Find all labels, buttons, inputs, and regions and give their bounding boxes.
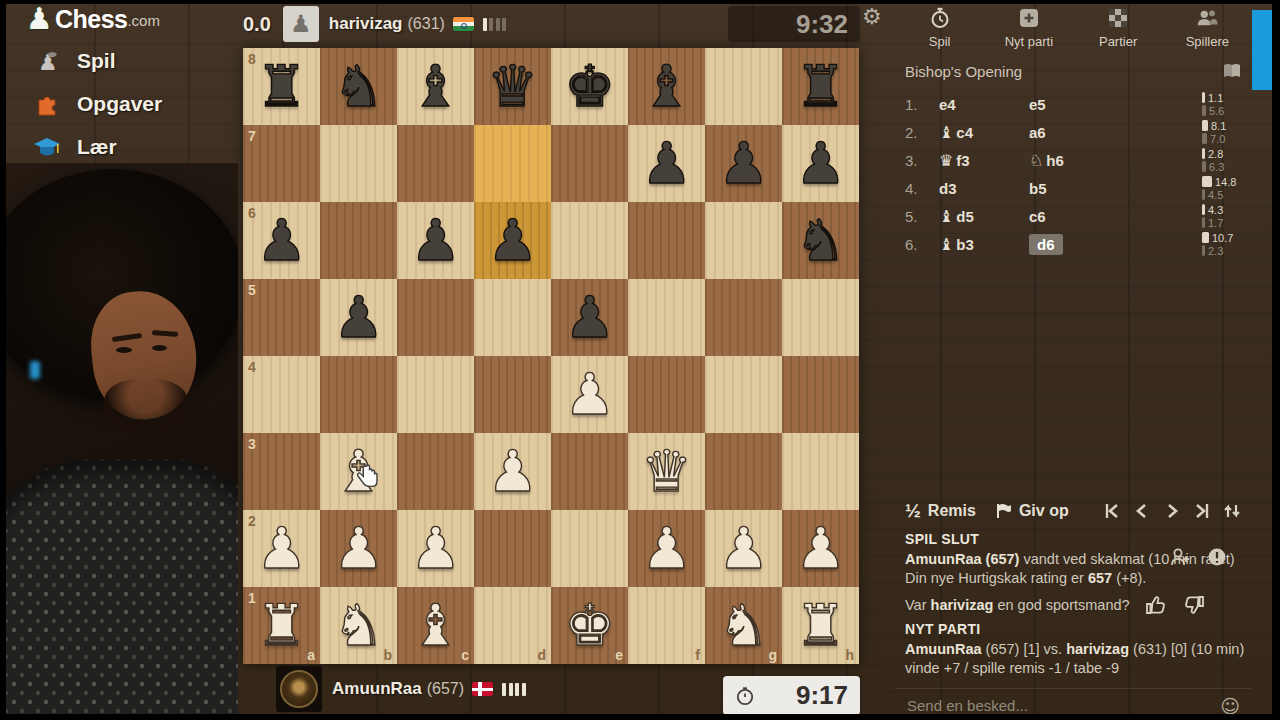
rank-label: 2	[248, 513, 256, 529]
square-b6[interactable]	[320, 202, 397, 279]
square-a5[interactable]: 5	[243, 279, 320, 356]
square-c1[interactable]: c♝	[397, 587, 474, 664]
move-time: 4.5	[1202, 189, 1223, 201]
square-a1[interactable]: 1a♜	[243, 587, 320, 664]
match-score: 0.0	[243, 13, 271, 36]
connection-bar	[489, 18, 493, 31]
india-flag-icon	[453, 17, 474, 31]
square-e6[interactable]	[551, 202, 628, 279]
piece-icon: ♛	[939, 151, 953, 170]
square-a7[interactable]: 7	[243, 125, 320, 202]
chesscom-logo[interactable]: ♟ Chess .com	[26, 4, 160, 34]
black-queen[interactable]: ♛	[474, 48, 551, 125]
letterbox-right	[1272, 0, 1280, 720]
black-pawn[interactable]: ♟	[474, 202, 551, 279]
top-player-rating: (631)	[408, 15, 445, 33]
black-move[interactable]: e5	[1029, 96, 1141, 113]
rank-label: 1	[248, 590, 256, 606]
file-label: e	[615, 647, 623, 663]
square-c3[interactable]	[397, 433, 474, 510]
letterbox-bottom	[0, 714, 1280, 720]
black-move[interactable]: a6	[1029, 124, 1141, 141]
time-value: 2.8	[1208, 148, 1223, 160]
piece-icon: ♘	[1029, 151, 1043, 170]
square-a6[interactable]: 6♟	[243, 202, 320, 279]
black-pawn[interactable]: ♟	[782, 125, 859, 202]
black-move[interactable]: c6	[1029, 208, 1141, 225]
move-san: c6	[1029, 208, 1046, 225]
square-e5[interactable]: ♟	[551, 279, 628, 356]
move-time: 4.3	[1202, 204, 1223, 216]
rank-label: 8	[248, 51, 256, 67]
smiley-icon[interactable]: ☺	[1220, 697, 1240, 715]
square-e3[interactable]	[551, 433, 628, 510]
time-value: 14.8	[1215, 176, 1236, 188]
tab-nyt-parti[interactable]: Nyt parti	[984, 0, 1073, 56]
stopwatch-icon	[929, 7, 951, 29]
move-san: f3	[956, 152, 969, 169]
time-value: 1.1	[1208, 92, 1223, 104]
connection-bar	[515, 683, 519, 696]
square-a2[interactable]: 2♟	[243, 510, 320, 587]
move-number: 3.	[905, 152, 939, 169]
square-h3[interactable]	[782, 433, 859, 510]
move-time: 2.3	[1202, 245, 1223, 257]
game-over-title: SPIL SLUT	[905, 531, 1245, 547]
time-value: 10.7	[1212, 232, 1233, 244]
chat-input[interactable]: Send en besked...	[907, 697, 1028, 714]
piece-icon: ♝	[939, 207, 953, 226]
square-h8[interactable]: ♜	[782, 48, 859, 125]
file-label: c	[461, 647, 469, 663]
move-row: 6.♝b3d610.72.3	[905, 230, 1246, 258]
square-f4[interactable]	[628, 356, 705, 433]
move-navigation	[1102, 501, 1242, 521]
new-game-title: NYT PARTI	[905, 621, 1245, 637]
gear-icon[interactable]: ⚙	[862, 4, 882, 29]
new-game-stakes: vinde +7 / spille remis -1 / tabe -9	[905, 659, 1245, 678]
white-move[interactable]: ♝b3	[939, 235, 1029, 254]
black-pawn[interactable]: ♟	[628, 125, 705, 202]
time-value: 6.3	[1209, 161, 1224, 173]
move-times: 10.72.3	[1194, 232, 1246, 257]
black-bishop[interactable]: ♝	[397, 48, 474, 125]
square-b5[interactable]: ♟	[320, 279, 397, 356]
square-b2[interactable]: ♟	[320, 510, 397, 587]
tab-partier[interactable]: Partier	[1074, 0, 1163, 56]
connection-bar	[502, 18, 506, 31]
clock-icon	[735, 686, 755, 706]
black-pawn[interactable]: ♟	[551, 279, 628, 356]
plus-square-icon	[1018, 7, 1040, 29]
time-bar	[1202, 217, 1205, 228]
time-value: 8.1	[1211, 120, 1226, 132]
black-pawn[interactable]: ♟	[705, 125, 782, 202]
time-bar	[1202, 189, 1205, 200]
move-times: 14.84.5	[1194, 176, 1246, 201]
top-player-name[interactable]: harivizag	[329, 14, 403, 34]
time-bar	[1202, 232, 1209, 243]
file-label: b	[383, 647, 392, 663]
nav-back-button[interactable]	[1132, 501, 1152, 521]
file-label: d	[537, 647, 546, 663]
square-f5[interactable]	[628, 279, 705, 356]
square-f7[interactable]: ♟	[628, 125, 705, 202]
sidebar-item-opgaver[interactable]: Opgaver	[32, 89, 162, 119]
sidebar-item-laer[interactable]: Lær	[32, 132, 117, 162]
rank-label: 7	[248, 128, 256, 144]
time-bar	[1202, 204, 1205, 215]
move-time: 10.7	[1202, 232, 1233, 244]
add-friend-icon[interactable]	[1169, 547, 1191, 567]
time-bar	[1202, 120, 1208, 131]
square-g6[interactable]	[705, 202, 782, 279]
piece-icon: ♝	[939, 235, 953, 254]
square-h4[interactable]	[782, 356, 859, 433]
square-f1[interactable]: f	[628, 587, 705, 664]
move-san: b3	[956, 236, 974, 253]
sidebar-item-label: Spil	[77, 49, 116, 73]
white-pawn[interactable]: ♟	[705, 510, 782, 587]
white-queen[interactable]: ♛	[628, 433, 705, 510]
move-time: 7.0	[1202, 133, 1225, 145]
move-time: 1.1	[1202, 92, 1223, 104]
move-list: 1.e4e51.15.62.♝c4a68.17.03.♛f3♘h62.86.34…	[895, 86, 1252, 258]
stream-frame: ♟ Chess .com ♟ Spil Opgaver Lær 0.0 ♟ ha…	[0, 0, 1280, 720]
move-times: 2.86.3	[1194, 148, 1246, 173]
square-c7[interactable]	[397, 125, 474, 202]
tab-spillere[interactable]: Spillere	[1163, 0, 1252, 56]
square-h2[interactable]: ♟	[782, 510, 859, 587]
black-king[interactable]: ♚	[551, 48, 628, 125]
time-bar	[1202, 105, 1206, 116]
move-san: h6	[1046, 152, 1064, 169]
square-d8[interactable]: ♛	[474, 48, 551, 125]
move-san: a6	[1029, 124, 1046, 141]
current-move-san: d6	[1029, 234, 1063, 255]
bottom-player-connection-bars	[502, 683, 526, 696]
square-g8[interactable]	[705, 48, 782, 125]
move-row: 1.e4e51.15.6	[905, 90, 1246, 118]
time-bar	[1202, 92, 1205, 103]
square-d6[interactable]: ♟	[474, 202, 551, 279]
move-times: 4.31.7	[1194, 204, 1246, 229]
top-player-avatar[interactable]: ♟	[283, 6, 319, 42]
move-number: 2.	[905, 124, 939, 141]
square-d4[interactable]	[474, 356, 551, 433]
connection-bar	[496, 18, 500, 31]
square-b7[interactable]	[320, 125, 397, 202]
opening-row: Bishop's Opening	[895, 56, 1252, 86]
square-h7[interactable]: ♟	[782, 125, 859, 202]
black-pawn[interactable]: ♟	[397, 202, 474, 279]
white-move[interactable]: d3	[939, 180, 1029, 197]
bottom-player-clock: 9:17	[723, 676, 860, 715]
half-point-icon: ½	[905, 500, 921, 522]
opening-name[interactable]: Bishop's Opening	[905, 63, 1022, 80]
square-g5[interactable]	[705, 279, 782, 356]
game-panel: Spil Nyt parti Partier Spillere	[895, 0, 1252, 714]
black-move[interactable]: d6	[1029, 234, 1141, 255]
white-pawn[interactable]: ♟	[782, 510, 859, 587]
square-h5[interactable]	[782, 279, 859, 356]
avatar-emblem	[280, 670, 318, 708]
square-g2[interactable]: ♟	[705, 510, 782, 587]
scrollbar-thumb[interactable]	[1252, 10, 1272, 90]
flip-board-button[interactable]	[1222, 501, 1242, 521]
square-d3[interactable]: ♟	[474, 433, 551, 510]
white-move[interactable]: ♛f3	[939, 151, 1029, 170]
piece-icon: ♝	[939, 123, 953, 142]
square-c2[interactable]: ♟	[397, 510, 474, 587]
square-g7[interactable]: ♟	[705, 125, 782, 202]
square-e4[interactable]: ♟	[551, 356, 628, 433]
rank-label: 6	[248, 205, 256, 221]
tab-spil[interactable]: Spil	[895, 0, 984, 56]
time-value: 2.3	[1208, 245, 1223, 257]
connection-bar	[483, 18, 487, 31]
top-player-clock: 9:32	[728, 6, 860, 42]
letterbox-top	[0, 0, 1280, 4]
chess-board[interactable]: 8♜♞♝♛♚♝♜7♟♟♟6♟♟♟♞5♟♟4♟3♝♟♛2♟♟♟♟♟♟1a♜b♞c♝…	[243, 48, 859, 664]
white-pawn[interactable]: ♟	[474, 433, 551, 510]
square-g1[interactable]: g♞	[705, 587, 782, 664]
file-label: f	[695, 647, 700, 663]
nav-last-button[interactable]	[1192, 501, 1212, 521]
report-icon[interactable]	[1207, 547, 1227, 567]
move-time: 2.8	[1202, 148, 1223, 160]
square-e1[interactable]: e♚	[551, 587, 628, 664]
connection-bar	[502, 683, 506, 696]
rank-label: 4	[248, 359, 256, 375]
resign-flag-icon	[994, 502, 1012, 520]
board-grid-icon	[1107, 7, 1129, 29]
file-label: h	[845, 647, 854, 663]
white-pawn[interactable]: ♟	[551, 356, 628, 433]
chat-bar: Send en besked... ☺	[895, 688, 1252, 714]
black-knight[interactable]: ♞	[782, 202, 859, 279]
square-c5[interactable]	[397, 279, 474, 356]
square-f3[interactable]: ♛	[628, 433, 705, 510]
square-b4[interactable]	[320, 356, 397, 433]
thumbs-down-icon[interactable]	[1182, 594, 1206, 616]
nav-first-button[interactable]	[1102, 501, 1122, 521]
square-g4[interactable]	[705, 356, 782, 433]
square-d2[interactable]	[474, 510, 551, 587]
white-move[interactable]: ♝d5	[939, 207, 1029, 226]
file-label: g	[768, 647, 777, 663]
graduation-cap-icon	[32, 132, 62, 162]
panel-tabs: Spil Nyt parti Partier Spillere	[895, 0, 1252, 56]
square-c6[interactable]: ♟	[397, 202, 474, 279]
move-san: b5	[1029, 180, 1047, 197]
move-time: 6.3	[1202, 161, 1224, 173]
game-over-rating: Din nye Hurtigskak rating er 657 (+8).	[905, 569, 1245, 588]
file-label: a	[307, 647, 315, 663]
move-row: 2.♝c4a68.17.0	[905, 118, 1246, 146]
square-a4[interactable]: 4	[243, 356, 320, 433]
move-number: 4.	[905, 180, 939, 197]
nav-forward-button[interactable]	[1162, 501, 1182, 521]
logo-word: Chess	[55, 4, 128, 34]
move-san: c4	[956, 124, 973, 141]
move-row: 3.♛f3♘h62.86.3	[905, 146, 1246, 174]
new-game-section: NYT PARTI AmuunRaa (657) [1] vs. hariviz…	[905, 621, 1245, 678]
draw-button[interactable]: ½ Remis	[905, 500, 976, 522]
logo-pawn-icon: ♟	[26, 4, 53, 34]
white-pawn[interactable]: ♟	[320, 510, 397, 587]
players-icon	[1196, 7, 1218, 29]
square-c8[interactable]: ♝	[397, 48, 474, 125]
bottom-player-name[interactable]: AmuunRaa	[332, 679, 422, 699]
connection-bar	[509, 683, 513, 696]
top-player-connection-bars	[483, 18, 507, 31]
black-move[interactable]: b5	[1029, 180, 1141, 197]
white-pawn[interactable]: ♟	[628, 510, 705, 587]
square-d5[interactable]	[474, 279, 551, 356]
move-san: d3	[939, 180, 957, 197]
move-times: 8.17.0	[1194, 120, 1246, 145]
time-bar	[1202, 148, 1205, 159]
time-value: 4.5	[1208, 189, 1223, 201]
white-pawn[interactable]: ♟	[397, 510, 474, 587]
square-a8[interactable]: 8♜	[243, 48, 320, 125]
square-e7[interactable]	[551, 125, 628, 202]
sidebar-item-spil[interactable]: ♟ Spil	[32, 46, 116, 76]
move-number: 1.	[905, 96, 939, 113]
white-move[interactable]: e4	[939, 96, 1029, 113]
move-san: d5	[956, 208, 974, 225]
square-b8[interactable]: ♞	[320, 48, 397, 125]
move-time: 14.8	[1202, 176, 1236, 188]
puzzle-icon	[32, 89, 62, 119]
thumbs-up-icon[interactable]	[1144, 594, 1168, 616]
square-e2[interactable]	[551, 510, 628, 587]
square-f6[interactable]	[628, 202, 705, 279]
time-bar	[1202, 176, 1212, 187]
square-c4[interactable]	[397, 356, 474, 433]
new-game-matchup: AmuunRaa (657) [1] vs. harivizag (631) […	[905, 640, 1245, 659]
sidebar-item-label: Opgaver	[77, 92, 162, 116]
black-rook[interactable]: ♜	[782, 48, 859, 125]
resign-button[interactable]: Giv op	[994, 502, 1069, 520]
move-time: 8.1	[1202, 120, 1226, 132]
play-pawn-icon: ♟	[32, 46, 62, 76]
time-bar	[1202, 161, 1206, 172]
time-value: 1.7	[1208, 217, 1223, 229]
square-d7[interactable]	[474, 125, 551, 202]
move-row: 5.♝d5c64.31.7	[905, 202, 1246, 230]
time-bar	[1202, 133, 1207, 144]
time-value: 5.6	[1209, 105, 1224, 117]
move-row: 4.d3b514.84.5	[905, 174, 1246, 202]
white-move[interactable]: ♝c4	[939, 123, 1029, 142]
move-number: 6.	[905, 236, 939, 253]
black-knight[interactable]: ♞	[320, 48, 397, 125]
webcam-overlay	[0, 163, 238, 714]
cursor-hand-icon	[352, 462, 382, 492]
sportsmanship-question: Var harivizag en god sportsmand?	[905, 596, 1130, 615]
move-san: e5	[1029, 96, 1046, 113]
black-pawn[interactable]: ♟	[320, 279, 397, 356]
bottom-player-rating: (657)	[427, 680, 464, 698]
square-g3[interactable]	[705, 433, 782, 510]
logo-suffix: .com	[127, 8, 160, 34]
sidebar-item-label: Lær	[77, 135, 117, 159]
move-time: 1.7	[1202, 217, 1223, 229]
connection-bar	[522, 683, 526, 696]
square-f8[interactable]: ♝	[628, 48, 705, 125]
square-d1[interactable]: d	[474, 587, 551, 664]
sportsmanship-row: Var harivizag en god sportsmand?	[905, 594, 1245, 616]
time-value: 7.0	[1210, 133, 1225, 145]
square-a3[interactable]: 3	[243, 433, 320, 510]
game-over-section: SPIL SLUT AmuunRaa (657) vandt ved skakm…	[905, 531, 1245, 588]
move-time: 5.6	[1202, 105, 1224, 117]
square-h6[interactable]: ♞	[782, 202, 859, 279]
square-h1[interactable]: h♜	[782, 587, 859, 664]
square-b1[interactable]: b♞	[320, 587, 397, 664]
time-bar	[1202, 245, 1205, 256]
denmark-flag-icon	[472, 682, 493, 696]
rank-label: 5	[248, 282, 256, 298]
letterbox-left	[0, 0, 6, 720]
time-value: 4.3	[1208, 204, 1223, 216]
black-bishop[interactable]: ♝	[628, 48, 705, 125]
move-san: e4	[939, 96, 956, 113]
game-controls: ½ Remis Giv op	[895, 500, 1252, 522]
move-number: 5.	[905, 208, 939, 225]
square-f2[interactable]: ♟	[628, 510, 705, 587]
square-e8[interactable]: ♚	[551, 48, 628, 125]
bottom-player-avatar[interactable]	[276, 666, 322, 712]
black-move[interactable]: ♘h6	[1029, 151, 1141, 170]
rank-label: 3	[248, 436, 256, 452]
move-times: 1.15.6	[1194, 92, 1246, 117]
opening-book-icon[interactable]	[1222, 62, 1242, 80]
